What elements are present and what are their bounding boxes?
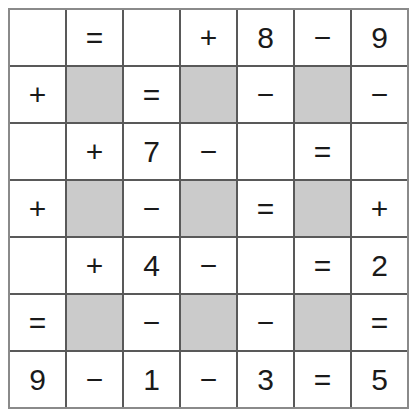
- cell-r6c7: =: [352, 295, 407, 350]
- operator-glyph: +: [29, 194, 47, 224]
- cell-r7c5: 3: [238, 352, 293, 407]
- cell-r7c7: 5: [352, 352, 407, 407]
- operator-glyph: +: [86, 137, 104, 167]
- given-number: 9: [371, 23, 388, 53]
- given-number: 7: [143, 137, 160, 167]
- cell-r3c7[interactable]: [352, 124, 407, 179]
- cell-r2c3: =: [124, 67, 179, 122]
- given-number: 9: [29, 365, 46, 395]
- cell-r7c3: 1: [124, 352, 179, 407]
- cell-r6c5: −: [238, 295, 293, 350]
- blocked-cell-r2c6: [295, 67, 350, 122]
- cell-r3c3: 7: [124, 124, 179, 179]
- cell-r1c1[interactable]: [10, 10, 65, 65]
- cell-r5c1[interactable]: [10, 238, 65, 293]
- operator-glyph: −: [143, 308, 161, 338]
- cell-r7c6: =: [295, 352, 350, 407]
- crossmath-puzzle: =+8−9+=−−+7−=+−=++4−=2=−−=9−1−3=5: [8, 8, 409, 409]
- cell-r4c3: −: [124, 181, 179, 236]
- operator-glyph: −: [200, 365, 218, 395]
- operator-glyph: −: [314, 23, 332, 53]
- operator-glyph: =: [143, 80, 161, 110]
- cell-r5c7: 2: [352, 238, 407, 293]
- cell-r3c1[interactable]: [10, 124, 65, 179]
- cell-r3c4: −: [181, 124, 236, 179]
- blocked-cell-r4c4: [181, 181, 236, 236]
- given-number: 8: [257, 23, 274, 53]
- cell-r6c1: =: [10, 295, 65, 350]
- operator-glyph: =: [314, 137, 332, 167]
- cell-r2c5: −: [238, 67, 293, 122]
- cell-r5c4: −: [181, 238, 236, 293]
- cell-r1c5: 8: [238, 10, 293, 65]
- operator-glyph: =: [257, 194, 275, 224]
- blocked-cell-r4c6: [295, 181, 350, 236]
- cell-r5c3: 4: [124, 238, 179, 293]
- cell-r3c2: +: [67, 124, 122, 179]
- blocked-cell-r6c4: [181, 295, 236, 350]
- operator-glyph: =: [371, 308, 389, 338]
- operator-glyph: +: [29, 80, 47, 110]
- cell-r2c7: −: [352, 67, 407, 122]
- cell-r5c6: =: [295, 238, 350, 293]
- operator-glyph: −: [86, 365, 104, 395]
- given-number: 4: [143, 251, 160, 281]
- operator-glyph: −: [257, 308, 275, 338]
- given-number: 3: [257, 365, 274, 395]
- cell-r3c5[interactable]: [238, 124, 293, 179]
- cell-r1c3[interactable]: [124, 10, 179, 65]
- operator-glyph: =: [29, 308, 47, 338]
- operator-glyph: +: [86, 251, 104, 281]
- given-number: 5: [371, 365, 388, 395]
- operator-glyph: −: [371, 80, 389, 110]
- operator-glyph: =: [314, 365, 332, 395]
- cell-r6c3: −: [124, 295, 179, 350]
- cell-r5c2: +: [67, 238, 122, 293]
- blocked-cell-r6c2: [67, 295, 122, 350]
- cell-r4c7: +: [352, 181, 407, 236]
- cell-r7c1: 9: [10, 352, 65, 407]
- crossmath-board: =+8−9+=−−+7−=+−=++4−=2=−−=9−1−3=5: [8, 8, 409, 409]
- cell-r1c2: =: [67, 10, 122, 65]
- cell-r2c1: +: [10, 67, 65, 122]
- operator-glyph: −: [200, 251, 218, 281]
- operator-glyph: =: [314, 251, 332, 281]
- operator-glyph: −: [143, 194, 161, 224]
- blocked-cell-r4c2: [67, 181, 122, 236]
- cell-r1c7: 9: [352, 10, 407, 65]
- cell-r7c4: −: [181, 352, 236, 407]
- cell-r4c5: =: [238, 181, 293, 236]
- operator-glyph: +: [371, 194, 389, 224]
- given-number: 2: [371, 251, 388, 281]
- cell-r1c4: +: [181, 10, 236, 65]
- operator-glyph: −: [200, 137, 218, 167]
- cell-r4c1: +: [10, 181, 65, 236]
- given-number: 1: [143, 365, 160, 395]
- cell-r1c6: −: [295, 10, 350, 65]
- blocked-cell-r2c4: [181, 67, 236, 122]
- cell-r5c5[interactable]: [238, 238, 293, 293]
- operator-glyph: +: [200, 23, 218, 53]
- operator-glyph: =: [86, 23, 104, 53]
- blocked-cell-r2c2: [67, 67, 122, 122]
- operator-glyph: −: [257, 80, 275, 110]
- cell-r7c2: −: [67, 352, 122, 407]
- blocked-cell-r6c6: [295, 295, 350, 350]
- cell-r3c6: =: [295, 124, 350, 179]
